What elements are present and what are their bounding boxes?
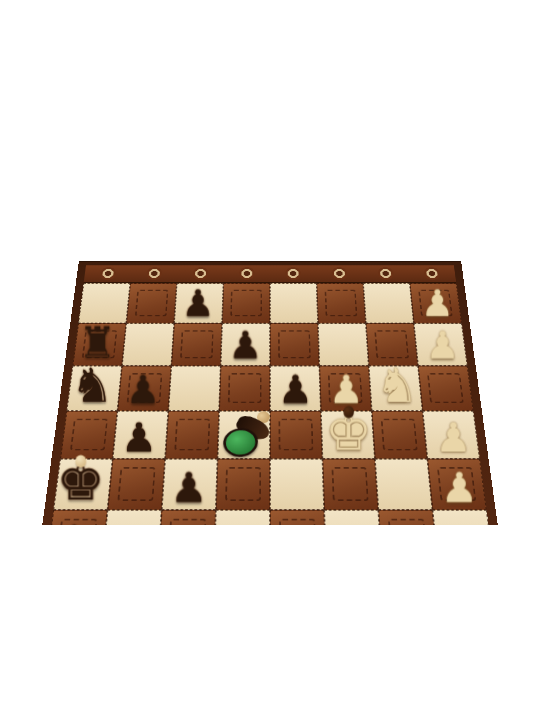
square-e3 <box>270 510 326 525</box>
black-pawn-d7: ♟ <box>228 327 262 365</box>
square-d5 <box>218 411 270 459</box>
square-g3 <box>378 510 438 525</box>
frame-ornament-strip <box>84 265 457 283</box>
square-c5 <box>165 411 219 459</box>
square-e5 <box>270 411 322 459</box>
chess-set-photo: ♟♟♜♟♟♞♟♟♟♞♟♚♟♚♟♟♟ <box>0 183 540 525</box>
black-pawn-c8: ♟ <box>182 285 215 322</box>
square-f6: ♟ <box>319 366 371 411</box>
square-f7 <box>318 323 369 366</box>
square-f8 <box>317 283 366 323</box>
square-b8 <box>126 283 177 323</box>
board-perspective-scene: ♟♟♜♟♟♞♟♟♟♞♟♚♟♚♟♟♟ <box>0 183 540 525</box>
square-a3: ♟ <box>46 510 107 525</box>
black-pawn-a3: ♟ <box>55 520 93 525</box>
white-knight-g6: ♞ <box>376 362 419 409</box>
square-f3 <box>324 510 382 525</box>
square-b6: ♟ <box>117 366 171 411</box>
square-d3 <box>214 510 270 525</box>
square-g7 <box>366 323 418 366</box>
black-rook-a7: ♜ <box>78 322 116 365</box>
square-h3 <box>432 510 493 525</box>
square-d7: ♟ <box>221 323 270 366</box>
white-pawn-h8: ♟ <box>421 285 454 322</box>
black-pawn-e6: ♟ <box>278 370 313 409</box>
square-g5 <box>372 411 428 459</box>
product-photo-canvas: { "game": "chess", "scene": { "descripti… <box>0 0 540 720</box>
square-c6 <box>168 366 220 411</box>
square-g8 <box>363 283 414 323</box>
square-a6: ♞ <box>67 366 122 411</box>
square-h4: ♟ <box>427 459 486 510</box>
square-g4 <box>375 459 433 510</box>
white-pawn-f6: ♟ <box>329 370 364 409</box>
square-b7 <box>122 323 174 366</box>
square-a7: ♜ <box>73 323 127 366</box>
square-h6 <box>418 366 473 411</box>
square-h5: ♟ <box>423 411 480 459</box>
white-pawn-h5: ♟ <box>435 417 471 457</box>
square-e4 <box>270 459 324 510</box>
square-c4: ♟ <box>162 459 218 510</box>
square-d4 <box>216 459 270 510</box>
chess-board: ♟♟♜♟♟♞♟♟♟♞♟♚♟♚♟♟♟ <box>30 283 510 525</box>
square-b4 <box>108 459 166 510</box>
square-g6: ♞ <box>369 366 423 411</box>
square-f5: ♚ <box>321 411 375 459</box>
white-king-f5: ♚ <box>325 405 372 457</box>
black-knight-a6: ♞ <box>71 362 114 409</box>
square-c7 <box>171 323 222 366</box>
black-pawn-c4: ♟ <box>170 467 207 508</box>
board-frame: ♟♟♜♟♟♞♟♟♟♞♟♚♟♚♟♟♟ <box>20 262 520 525</box>
square-f4 <box>322 459 378 510</box>
square-a5 <box>60 411 117 459</box>
square-b5: ♟ <box>113 411 169 459</box>
square-h8: ♟ <box>410 283 462 323</box>
square-a4: ♚ <box>53 459 112 510</box>
square-e8 <box>270 283 318 323</box>
square-d8 <box>222 283 270 323</box>
black-pawn-b5: ♟ <box>121 417 157 457</box>
black-pawn-fallen-d5 <box>217 409 271 460</box>
square-e7 <box>270 323 319 366</box>
square-c8: ♟ <box>174 283 223 323</box>
square-h7: ♟ <box>414 323 468 366</box>
white-pawn-h4: ♟ <box>441 467 478 508</box>
black-pawn-b6: ♟ <box>126 370 161 409</box>
black-king-a4: ♚ <box>56 454 105 508</box>
square-d6 <box>219 366 270 411</box>
square-a8 <box>78 283 130 323</box>
square-c3 <box>158 510 216 525</box>
square-b3 <box>102 510 162 525</box>
square-e6: ♟ <box>270 366 321 411</box>
white-pawn-h7: ♟ <box>426 327 460 365</box>
